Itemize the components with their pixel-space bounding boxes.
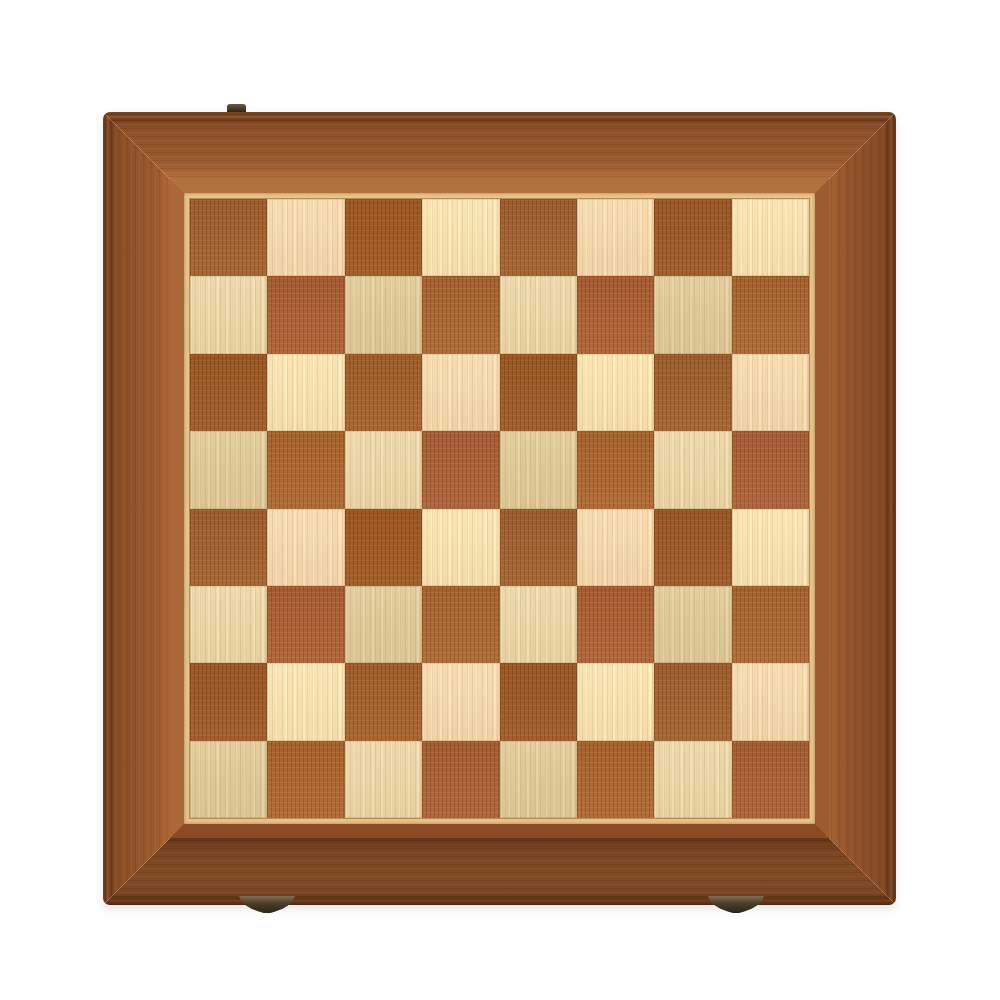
frame-inner-step: [170, 179, 829, 838]
square-b5[interactable]: [267, 431, 344, 508]
square-g2[interactable]: [654, 663, 731, 740]
square-e3[interactable]: [500, 586, 577, 663]
square-d1[interactable]: [422, 741, 499, 818]
square-c3[interactable]: [345, 586, 422, 663]
square-h8[interactable]: [732, 199, 809, 276]
square-h3[interactable]: [732, 586, 809, 663]
square-c8[interactable]: [345, 199, 422, 276]
board-grid: [190, 199, 809, 818]
square-g5[interactable]: [654, 431, 731, 508]
square-d8[interactable]: [422, 199, 499, 276]
square-h7[interactable]: [732, 276, 809, 353]
square-b2[interactable]: [267, 663, 344, 740]
square-b6[interactable]: [267, 354, 344, 431]
square-e5[interactable]: [500, 431, 577, 508]
square-b7[interactable]: [267, 276, 344, 353]
square-g8[interactable]: [654, 199, 731, 276]
square-a7[interactable]: [190, 276, 267, 353]
square-b8[interactable]: [267, 199, 344, 276]
inlay-border: [184, 193, 815, 824]
square-e8[interactable]: [500, 199, 577, 276]
square-f3[interactable]: [577, 586, 654, 663]
square-f8[interactable]: [577, 199, 654, 276]
square-c1[interactable]: [345, 741, 422, 818]
square-d3[interactable]: [422, 586, 499, 663]
square-c4[interactable]: [345, 509, 422, 586]
clasp-icon-right: [708, 896, 764, 913]
square-g6[interactable]: [654, 354, 731, 431]
square-f6[interactable]: [577, 354, 654, 431]
square-f5[interactable]: [577, 431, 654, 508]
square-a5[interactable]: [190, 431, 267, 508]
square-f1[interactable]: [577, 741, 654, 818]
square-e7[interactable]: [500, 276, 577, 353]
square-h6[interactable]: [732, 354, 809, 431]
square-g4[interactable]: [654, 509, 731, 586]
square-a2[interactable]: [190, 663, 267, 740]
square-f4[interactable]: [577, 509, 654, 586]
square-e2[interactable]: [500, 663, 577, 740]
square-f2[interactable]: [577, 663, 654, 740]
square-c6[interactable]: [345, 354, 422, 431]
square-c5[interactable]: [345, 431, 422, 508]
square-c7[interactable]: [345, 276, 422, 353]
photo-background: [0, 0, 1000, 1000]
square-b3[interactable]: [267, 586, 344, 663]
square-g3[interactable]: [654, 586, 731, 663]
square-a8[interactable]: [190, 199, 267, 276]
square-a4[interactable]: [190, 509, 267, 586]
square-f7[interactable]: [577, 276, 654, 353]
square-c2[interactable]: [345, 663, 422, 740]
square-h4[interactable]: [732, 509, 809, 586]
clasp-icon-left: [239, 896, 295, 913]
square-b4[interactable]: [267, 509, 344, 586]
square-b1[interactable]: [267, 741, 344, 818]
square-d2[interactable]: [422, 663, 499, 740]
square-h1[interactable]: [732, 741, 809, 818]
square-a1[interactable]: [190, 741, 267, 818]
square-g1[interactable]: [654, 741, 731, 818]
square-h2[interactable]: [732, 663, 809, 740]
square-e4[interactable]: [500, 509, 577, 586]
square-d7[interactable]: [422, 276, 499, 353]
chess-board: [103, 112, 896, 905]
square-e1[interactable]: [500, 741, 577, 818]
square-a3[interactable]: [190, 586, 267, 663]
square-h5[interactable]: [732, 431, 809, 508]
inner-molding: [170, 179, 829, 838]
square-e6[interactable]: [500, 354, 577, 431]
square-a6[interactable]: [190, 354, 267, 431]
square-d4[interactable]: [422, 509, 499, 586]
square-d5[interactable]: [422, 431, 499, 508]
square-d6[interactable]: [422, 354, 499, 431]
square-g7[interactable]: [654, 276, 731, 353]
